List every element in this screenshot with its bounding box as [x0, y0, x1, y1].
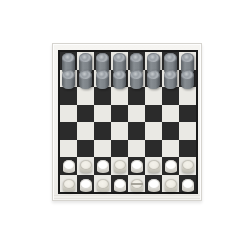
piece-cap [148, 160, 160, 170]
piece-cap [63, 179, 75, 189]
piece-white-pawn-h2[interactable] [182, 160, 194, 173]
piece-white-pawn-f2[interactable] [148, 160, 160, 173]
piece-cap [96, 70, 109, 80]
piece-cap [113, 70, 126, 80]
piece-cap [62, 70, 75, 80]
piece-cap [165, 179, 177, 189]
piece-cap [80, 160, 92, 170]
piece-white-pawn-a2[interactable] [63, 160, 75, 173]
piece-cap [97, 179, 109, 189]
piece-cap [147, 53, 160, 63]
piece-black-pawn-f7[interactable] [147, 70, 160, 89]
piece-cap [114, 160, 126, 170]
piece-white-knight-g1[interactable] [165, 179, 177, 192]
board-field [58, 50, 198, 194]
piece-cap [130, 53, 143, 63]
piece-cap [182, 160, 194, 170]
piece-black-pawn-a7[interactable] [62, 70, 75, 89]
pieces-layer [60, 52, 196, 192]
piece-cap [63, 160, 75, 170]
piece-cap [96, 53, 109, 63]
piece-black-pawn-e7[interactable] [130, 70, 143, 89]
piece-white-king-e1[interactable] [131, 179, 143, 192]
piece-cap [114, 179, 126, 189]
piece-black-pawn-b7[interactable] [79, 70, 92, 89]
piece-white-rook-h1[interactable] [182, 179, 194, 192]
piece-black-pawn-c7[interactable] [96, 70, 109, 89]
piece-cap [80, 179, 92, 189]
piece-cap [147, 70, 160, 80]
piece-cap [182, 179, 194, 189]
piece-cap [130, 70, 143, 80]
piece-cap [165, 160, 177, 170]
piece-white-pawn-g2[interactable] [165, 160, 177, 173]
piece-black-pawn-g7[interactable] [164, 70, 177, 89]
piece-cap [113, 53, 126, 63]
piece-white-pawn-b2[interactable] [80, 160, 92, 173]
piece-white-bishop-c1[interactable] [97, 179, 109, 192]
piece-cap [62, 53, 75, 63]
piece-cap [131, 160, 143, 170]
piece-white-pawn-c2[interactable] [97, 160, 109, 173]
piece-cap [181, 70, 194, 80]
piece-cap [79, 70, 92, 80]
piece-white-pawn-d2[interactable] [114, 160, 126, 173]
piece-white-knight-b1[interactable] [80, 179, 92, 192]
piece-cap [97, 160, 109, 170]
piece-black-pawn-d7[interactable] [113, 70, 126, 89]
piece-cap [181, 53, 194, 63]
piece-white-bishop-f1[interactable] [148, 179, 160, 192]
piece-white-rook-a1[interactable] [63, 179, 75, 192]
piece-cap [148, 179, 160, 189]
piece-cap [164, 53, 177, 63]
piece-white-pawn-e2[interactable] [131, 160, 143, 173]
piece-white-queen-d1[interactable] [114, 179, 126, 192]
chess-board [52, 43, 202, 201]
piece-black-pawn-h7[interactable] [181, 70, 194, 89]
piece-cap [79, 53, 92, 63]
product-photo-stage [0, 0, 250, 250]
piece-cap [164, 70, 177, 80]
king-cross-mark [131, 179, 143, 189]
